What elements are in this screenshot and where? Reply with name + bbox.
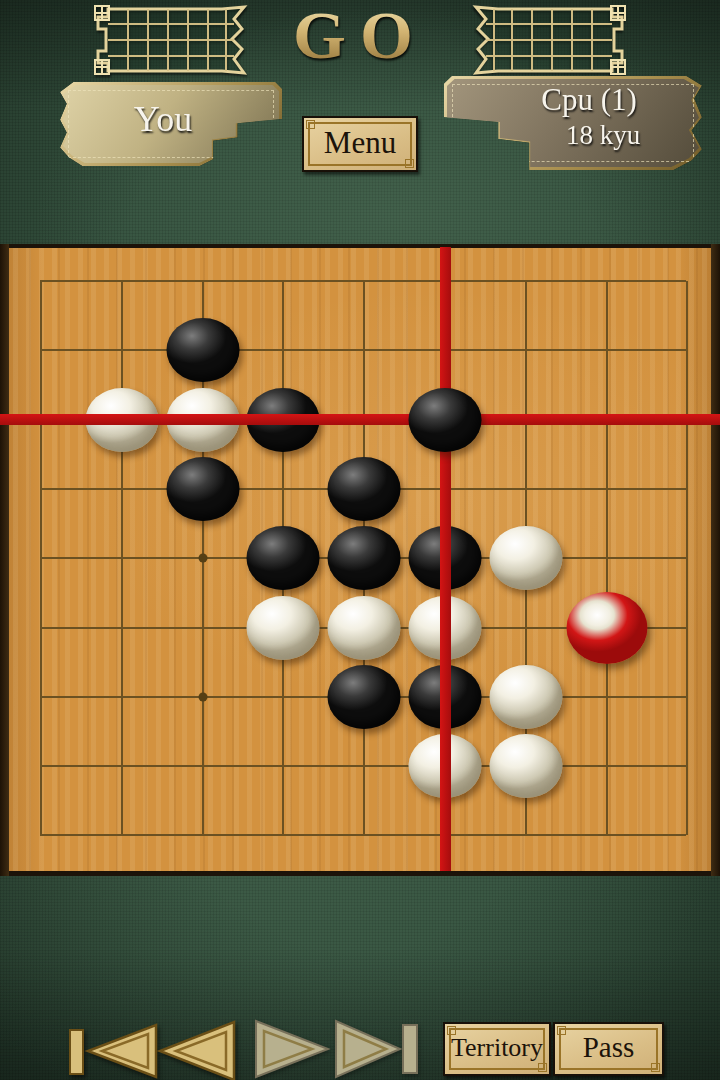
pass-button[interactable]: Pass [553,1022,664,1076]
grid-line-horizontal [40,280,686,282]
stone-black [247,526,320,590]
step-back-button[interactable] [154,1019,238,1080]
stone-white [489,526,562,590]
grid-line-horizontal [40,765,686,767]
player-plate-cpu: Cpu (1) 18 kyu [444,76,702,170]
stone-black [166,457,239,521]
grid-line-horizontal [40,349,686,351]
go-app-screen: GO [0,0,720,1080]
board-edge [0,244,9,876]
grid-line-vertical [686,281,688,835]
player-plate-you: You [60,82,282,166]
player-cpu-label: Cpu (1) [460,82,718,118]
stone-black [166,318,239,382]
board-edge [711,244,720,876]
stone-white [328,596,401,660]
player-cpu-rank: 18 kyu [474,120,720,151]
red-crosshair-vertical [440,247,451,871]
go-board[interactable] [0,244,720,876]
skip-to-end-button[interactable] [334,1019,418,1080]
board-edge [0,871,720,876]
stone-black [328,665,401,729]
territory-button-label: Territory [445,1033,549,1063]
step-forward-button[interactable] [252,1019,332,1080]
red-crosshair-horizontal [0,414,720,425]
grid-line-horizontal [40,834,686,836]
stone-black [328,526,401,590]
menu-button-label: Menu [304,125,416,161]
territory-button[interactable]: Territory [443,1022,551,1076]
grid-banner-icon [468,5,626,75]
stone-white [247,596,320,660]
stone-black [328,457,401,521]
star-point [198,692,207,701]
player-you-label: You [52,98,274,140]
decorative-grid-banner-left [94,5,252,75]
menu-button[interactable]: Menu [302,116,418,172]
stone-white [489,734,562,798]
stone-white [489,665,562,729]
decorative-grid-banner-right [468,5,626,75]
grid-banner-icon [94,5,252,75]
stone-white-ring-marked [566,592,647,664]
pass-button-label: Pass [555,1031,662,1064]
stone-black-last-move [409,388,482,452]
skip-to-start-button[interactable] [68,1022,160,1080]
board-edge [0,244,720,248]
star-point [198,554,207,563]
